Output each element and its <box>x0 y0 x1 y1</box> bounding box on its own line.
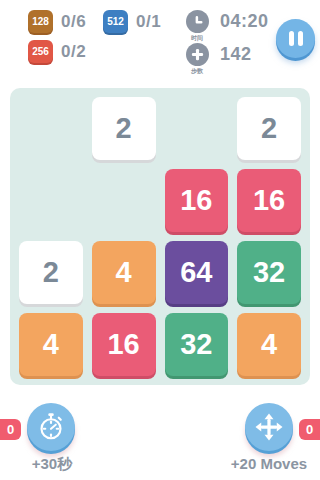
board-grid[interactable]: 221616246432416324 <box>10 88 310 385</box>
board-cell-r1c2: 2 <box>92 97 156 160</box>
tile-4: 4 <box>19 313 83 376</box>
board-cell-r2c2 <box>92 169 156 232</box>
goal-256-progress: 0/2 <box>61 42 86 62</box>
time-boost-badge: 0 <box>0 419 21 440</box>
tile-64: 64 <box>165 241 229 304</box>
board-cell-r4c3: 32 <box>165 313 229 376</box>
pause-button[interactable] <box>276 19 315 58</box>
goal-128-progress: 0/6 <box>61 12 86 32</box>
tile-2: 2 <box>237 97 301 160</box>
tile-16: 16 <box>92 313 156 376</box>
move-boost-label: +20 Moves <box>204 455 320 472</box>
board-cell-r4c2: 16 <box>92 313 156 376</box>
stopwatch-icon <box>36 412 66 442</box>
hud: 128 0/6 256 0/2 512 0/1 时间 04:20 <box>0 0 320 88</box>
clock-icon <box>186 10 209 33</box>
time-label: 时间 <box>191 34 203 43</box>
tile-2: 2 <box>92 97 156 160</box>
board-cell-r2c3: 16 <box>165 169 229 232</box>
tile-4: 4 <box>237 313 301 376</box>
tile-4: 4 <box>92 241 156 304</box>
board-cell-r1c4: 2 <box>237 97 301 160</box>
tile-32: 32 <box>237 241 301 304</box>
board-cell-r3c1: 2 <box>19 241 83 304</box>
board-cell-r1c3 <box>165 97 229 160</box>
board-cell-r3c4: 32 <box>237 241 301 304</box>
game-screen: 128 0/6 256 0/2 512 0/1 时间 04:20 <box>0 0 320 480</box>
move-arrows-icon <box>254 412 284 442</box>
board-cell-r2c4: 16 <box>237 169 301 232</box>
moves-label: 步数 <box>191 67 203 76</box>
board-cell-r4c1: 4 <box>19 313 83 376</box>
move-boost-button[interactable] <box>245 403 293 451</box>
board-cell-r2c1 <box>19 169 83 232</box>
tile-32: 32 <box>165 313 229 376</box>
goal-512: 512 0/1 <box>103 10 161 33</box>
tile-16: 16 <box>237 169 301 232</box>
time-boost-button[interactable] <box>27 403 75 451</box>
time-stat: 时间 04:20 <box>185 10 269 43</box>
board-cell-r3c2: 4 <box>92 241 156 304</box>
goal-512-progress: 0/1 <box>136 12 161 32</box>
goal-256: 256 0/2 <box>28 40 86 63</box>
moves-stat: 步数 142 <box>185 43 252 76</box>
goal-256-tile: 256 <box>28 40 53 63</box>
time-value: 04:20 <box>220 11 269 32</box>
goal-128: 128 0/6 <box>28 10 86 33</box>
board-cell-r4c4: 4 <box>237 313 301 376</box>
move-boost-badge: 0 <box>299 419 320 440</box>
time-boost-label: +30秒 <box>0 455 104 474</box>
board-cell-r1c1 <box>19 97 83 160</box>
moves-icon <box>186 43 209 66</box>
goal-512-tile: 512 <box>103 10 128 33</box>
moves-value: 142 <box>220 44 252 65</box>
goal-128-tile: 128 <box>28 10 53 33</box>
tile-2: 2 <box>19 241 83 304</box>
board-cell-r3c3: 64 <box>165 241 229 304</box>
pause-icon <box>289 31 294 46</box>
tile-16: 16 <box>165 169 229 232</box>
